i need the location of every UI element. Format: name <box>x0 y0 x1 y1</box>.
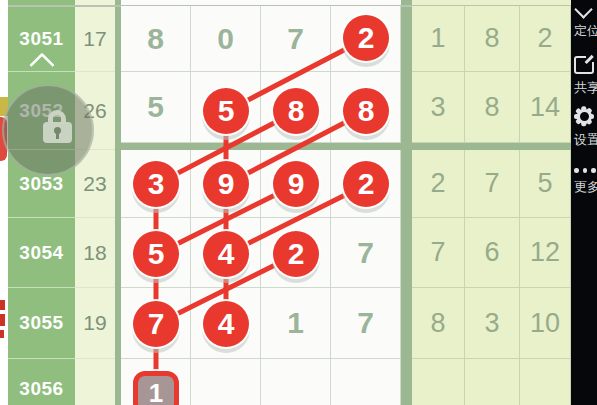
miss-count-cell: 0 <box>191 6 261 72</box>
current-number-marker: 1 <box>133 371 179 405</box>
toolbar-item-share[interactable]: 共享 <box>574 54 597 97</box>
more-dots-icon <box>574 168 596 173</box>
number-cell <box>261 359 331 405</box>
stat-cell: 12 <box>520 218 571 288</box>
toolbar-item-position[interactable]: 定位 <box>574 2 597 40</box>
stat-cell: 6 <box>465 218 520 288</box>
toolbar-label: 定位 <box>574 22 597 40</box>
draw-number-cell: 3055 <box>8 288 75 359</box>
miss-count-cell: 7 <box>331 288 401 359</box>
clipped-fragment-red-text <box>0 300 5 310</box>
gear-icon <box>574 106 594 126</box>
clipped-left-strip <box>0 0 8 405</box>
drawn-number-ball: 7 <box>133 301 179 347</box>
drawn-number-ball: 8 <box>343 88 389 134</box>
right-toolbar: 定位 共享 设置 更多 <box>571 0 597 405</box>
drawn-number-ball: 2 <box>343 15 389 61</box>
miss-count-cell: 7 <box>331 218 401 288</box>
thick-period-separator <box>115 143 571 150</box>
stat-cell: 14 <box>520 72 571 143</box>
divider-bar-right <box>401 0 412 405</box>
lottery-trend-chart: 3051178071823052265381430532327530541877… <box>0 0 597 405</box>
drawn-number-ball: 3 <box>133 161 179 207</box>
stat-cell: 7 <box>465 150 520 218</box>
number-cell <box>191 359 261 405</box>
stat-cell: 8 <box>412 288 465 359</box>
stat-cell: 3 <box>412 72 465 143</box>
toolbar-label: 共享 <box>574 79 597 97</box>
stat-cell <box>412 359 465 405</box>
draw-number-cell: 3056 <box>8 359 75 405</box>
drawn-number-ball: 8 <box>273 88 319 134</box>
clipped-fragment-red-text <box>0 330 4 338</box>
toolbar-label: 设置 <box>574 131 597 149</box>
stat-cell: 8 <box>465 72 520 143</box>
drawn-number-ball: 5 <box>203 88 249 134</box>
stat-cell: 2 <box>520 6 571 72</box>
toolbar-label: 更多 <box>574 178 597 196</box>
drawn-number-ball: 2 <box>343 161 389 207</box>
miss-total-cell <box>75 359 115 405</box>
miss-total-cell: 18 <box>75 218 115 288</box>
miss-total-cell: 17 <box>75 6 115 72</box>
miss-count-cell: 1 <box>261 288 331 359</box>
miss-count-cell: 5 <box>121 72 191 143</box>
drawn-number-ball: 4 <box>203 301 249 347</box>
stat-cell: 2 <box>412 150 465 218</box>
stat-cell: 3 <box>465 288 520 359</box>
locked-draw-overlay[interactable] <box>2 84 94 176</box>
drawn-number-ball: 4 <box>203 231 249 277</box>
drawn-number-ball: 2 <box>273 231 319 277</box>
toolbar-item-settings[interactable]: 设置 <box>574 106 597 149</box>
toolbar-item-more[interactable]: 更多 <box>574 164 597 196</box>
miss-count-cell: 8 <box>121 6 191 72</box>
stat-cell: 1 <box>412 6 465 72</box>
stat-cell <box>520 359 571 405</box>
drawn-number-ball: 9 <box>203 161 249 207</box>
drawn-number-ball: 9 <box>273 161 319 207</box>
clipped-fragment-red-text <box>0 314 5 326</box>
stat-cell: 7 <box>412 218 465 288</box>
number-cell <box>331 359 401 405</box>
stat-cell <box>465 359 520 405</box>
stat-cell: 8 <box>465 6 520 72</box>
stat-cell: 5 <box>520 150 571 218</box>
draw-number-cell: 3054 <box>8 218 75 288</box>
drawn-number-ball: 5 <box>133 231 179 277</box>
share-icon <box>574 56 594 74</box>
chevron-down-icon <box>574 0 592 18</box>
stat-cell: 10 <box>520 288 571 359</box>
miss-total-cell: 19 <box>75 288 115 359</box>
